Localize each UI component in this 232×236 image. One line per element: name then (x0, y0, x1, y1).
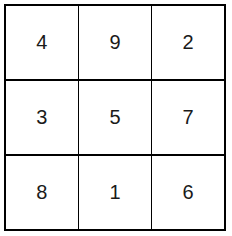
magic-square-board: 4 9 2 3 5 7 8 1 6 (4, 4, 226, 231)
cell-r3c1: 8 (6, 156, 78, 229)
cell-r2c1: 3 (6, 81, 78, 154)
cell-r3c3: 6 (152, 156, 224, 229)
cell-r3c2: 1 (79, 156, 151, 229)
cell-r1c3: 2 (152, 6, 224, 79)
cell-r1c1: 4 (6, 6, 78, 79)
cell-r2c3: 7 (152, 81, 224, 154)
cell-r1c2: 9 (79, 6, 151, 79)
cell-r2c2: 5 (79, 81, 151, 154)
